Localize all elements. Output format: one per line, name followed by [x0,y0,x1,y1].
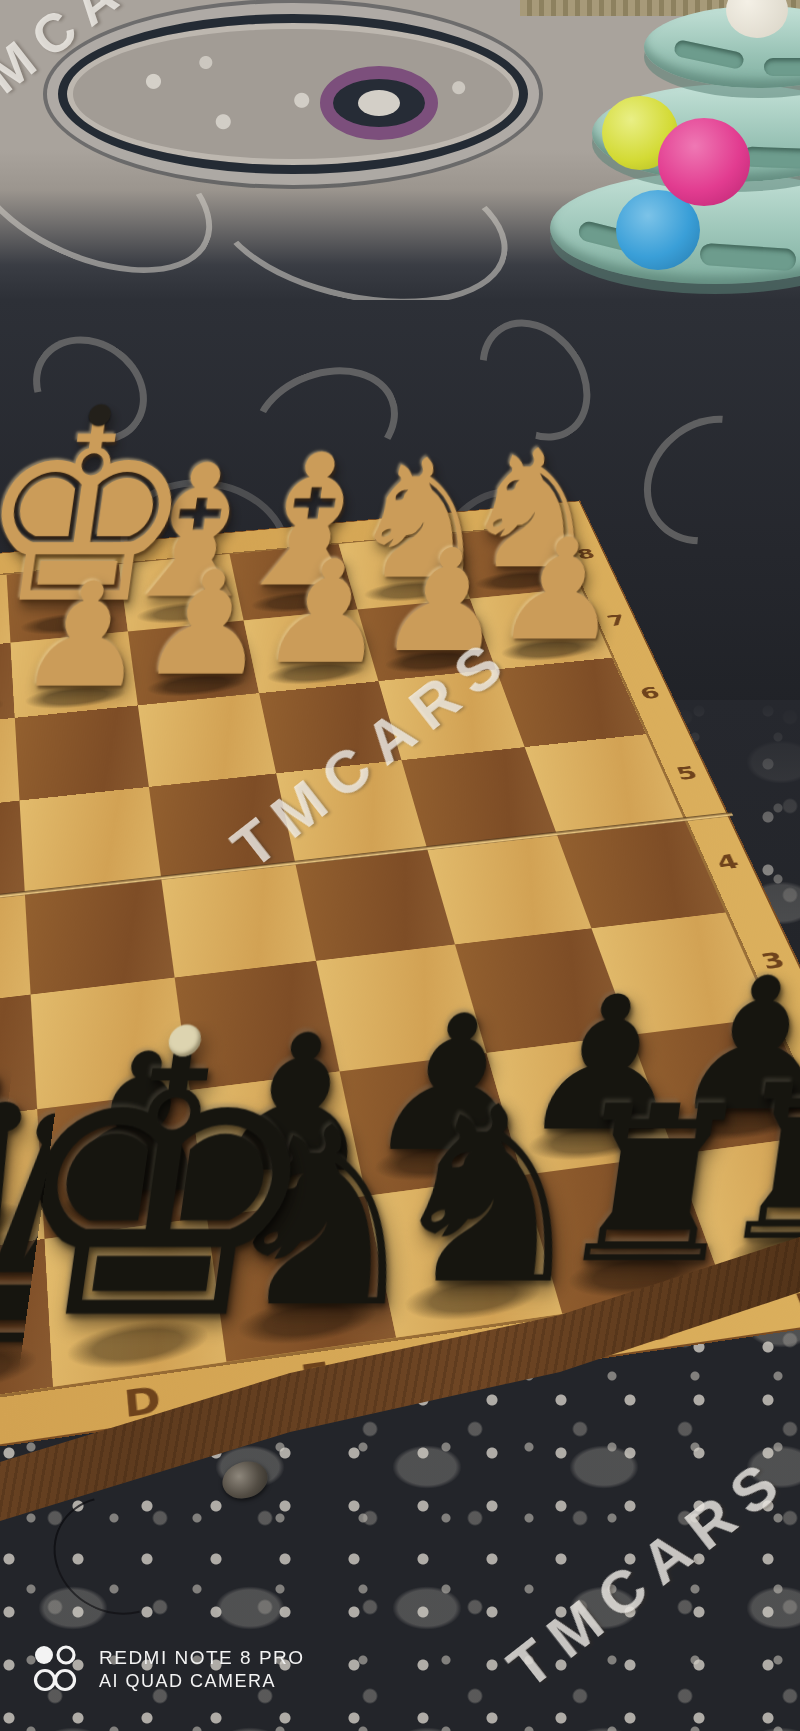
camera-watermark-text: REDMI NOTE 8 PRO AI QUAD CAMERA [99,1647,305,1692]
square-g4 [427,833,592,944]
square-d5 [20,787,162,892]
camera-watermark-line2: AI QUAD CAMERA [99,1671,305,1692]
square-d4 [25,877,175,994]
square-e6 [138,693,276,787]
rank-label-6: 6 [637,683,664,703]
square-g5 [401,747,556,847]
rank-label-4: 4 [713,850,744,874]
king-finial [87,404,112,426]
photo-stage: ♛♚♝♝♞♞♟♟♟♟♟♟♟♟♟♟♟♟♛♚♞♞♜♜ ABCDEFGH1234567… [0,0,800,1731]
camera-watermark: REDMI NOTE 8 PRO AI QUAD CAMERA [32,1644,305,1694]
king-finial [165,1024,202,1056]
square-d6 [15,705,149,800]
square-e4 [161,862,316,977]
square-h4 [556,819,725,929]
square-d7: ♟ [11,632,138,718]
camera-watermark-line1: REDMI NOTE 8 PRO [99,1647,305,1669]
redmi-camera-logo-icon [32,1644,86,1694]
rank-label-5: 5 [673,762,702,784]
square-c1: ♛ [0,1239,53,1412]
